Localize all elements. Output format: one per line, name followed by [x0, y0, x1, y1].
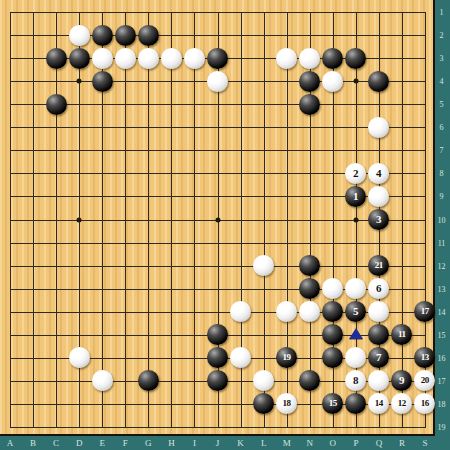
- board-point-c3[interactable]: [45, 47, 68, 70]
- board-point-n12[interactable]: [298, 254, 321, 277]
- black-stone[interactable]: [299, 255, 320, 276]
- board-point-p15[interactable]: [344, 323, 367, 346]
- black-stone[interactable]: [207, 324, 228, 345]
- col-label-h: H: [168, 438, 175, 448]
- white-stone[interactable]: 12: [391, 393, 412, 414]
- white-stone[interactable]: [299, 48, 320, 69]
- black-stone[interactable]: 17: [414, 301, 435, 322]
- white-stone[interactable]: [368, 370, 389, 391]
- board-point-o15[interactable]: [321, 323, 344, 346]
- white-stone[interactable]: 14: [368, 393, 389, 414]
- black-stone[interactable]: 7: [368, 347, 389, 368]
- board-point-i3[interactable]: [183, 47, 206, 70]
- board-point-n13[interactable]: [298, 277, 321, 300]
- black-stone[interactable]: [207, 347, 228, 368]
- board-point-p16[interactable]: [344, 346, 367, 369]
- black-stone[interactable]: [69, 48, 90, 69]
- board-point-j3[interactable]: [206, 47, 229, 70]
- black-stone[interactable]: [322, 48, 343, 69]
- board-point-f2[interactable]: [114, 24, 137, 47]
- row-label-17: 17: [435, 376, 448, 385]
- white-stone[interactable]: [299, 301, 320, 322]
- white-stone[interactable]: [253, 370, 274, 391]
- board-point-h3[interactable]: [160, 47, 183, 70]
- go-board-grid[interactable]: 1234567891112131415161718192021: [0, 1, 436, 439]
- move-number: 18: [283, 399, 291, 408]
- board-point-q6[interactable]: [367, 116, 390, 139]
- board-point-l18[interactable]: [252, 392, 275, 415]
- black-stone[interactable]: [299, 370, 320, 391]
- black-stone[interactable]: 11: [391, 324, 412, 345]
- black-stone[interactable]: [368, 324, 389, 345]
- white-stone[interactable]: [368, 301, 389, 322]
- row-label-5: 5: [435, 100, 448, 109]
- row-label-10: 10: [435, 215, 448, 224]
- col-label-i: I: [193, 438, 196, 448]
- board-point-l17[interactable]: [252, 369, 275, 392]
- board-point-p9[interactable]: 1: [344, 185, 367, 208]
- col-label-s: S: [423, 438, 428, 448]
- row-label-7: 7: [435, 146, 448, 155]
- move-number: 15: [329, 399, 337, 408]
- row-label-11: 11: [435, 238, 448, 247]
- board-point-m16[interactable]: 19: [275, 346, 298, 369]
- row-label-4: 4: [435, 77, 448, 86]
- board-point-o4[interactable]: [321, 70, 344, 93]
- white-stone[interactable]: [184, 48, 205, 69]
- col-label-q: Q: [376, 438, 383, 448]
- col-label-e: E: [99, 438, 105, 448]
- black-stone[interactable]: [92, 71, 113, 92]
- black-stone[interactable]: [299, 94, 320, 115]
- board-point-m18[interactable]: 18: [275, 392, 298, 415]
- black-stone[interactable]: 1: [345, 186, 366, 207]
- col-label-m: M: [283, 438, 291, 448]
- board-point-f3[interactable]: [114, 47, 137, 70]
- board-point-m14[interactable]: [275, 300, 298, 323]
- black-stone[interactable]: [138, 370, 159, 391]
- black-stone[interactable]: [92, 25, 113, 46]
- board-point-o18[interactable]: 15: [321, 392, 344, 415]
- black-stone[interactable]: 15: [322, 393, 343, 414]
- board-point-d16[interactable]: [68, 346, 91, 369]
- white-stone[interactable]: [115, 48, 136, 69]
- move-number: 2: [353, 168, 359, 179]
- board-point-o13[interactable]: [321, 277, 344, 300]
- board-point-e4[interactable]: [91, 70, 114, 93]
- board-point-g17[interactable]: [137, 369, 160, 392]
- row-label-8: 8: [435, 169, 448, 178]
- white-stone[interactable]: [368, 117, 389, 138]
- board-point-s16[interactable]: 13: [413, 346, 436, 369]
- col-label-g: G: [145, 438, 152, 448]
- board-point-o16[interactable]: [321, 346, 344, 369]
- black-stone[interactable]: 19: [276, 347, 297, 368]
- move-number: 19: [283, 353, 291, 362]
- col-label-b: B: [30, 438, 36, 448]
- board-point-p8[interactable]: 2: [344, 162, 367, 185]
- white-stone[interactable]: 20: [414, 370, 435, 391]
- white-stone[interactable]: [161, 48, 182, 69]
- row-label-6: 6: [435, 123, 448, 132]
- row-label-15: 15: [435, 330, 448, 339]
- board-point-j15[interactable]: [206, 323, 229, 346]
- row-label-2: 2: [435, 31, 448, 40]
- row-label-12: 12: [435, 261, 448, 270]
- white-stone[interactable]: 2: [345, 163, 366, 184]
- white-stone[interactable]: [138, 48, 159, 69]
- board-point-r18[interactable]: 12: [390, 392, 413, 415]
- board-point-q9[interactable]: [367, 185, 390, 208]
- black-stone[interactable]: [322, 324, 343, 345]
- row-label-14: 14: [435, 307, 448, 316]
- board-point-r15[interactable]: 11: [390, 323, 413, 346]
- col-label-l: L: [261, 438, 267, 448]
- black-stone[interactable]: [115, 25, 136, 46]
- move-number: 1: [353, 191, 359, 202]
- board-point-m3[interactable]: [275, 47, 298, 70]
- board-point-j16[interactable]: [206, 346, 229, 369]
- board-point-q10[interactable]: 3: [367, 208, 390, 231]
- black-stone[interactable]: [46, 94, 67, 115]
- move-number: 17: [421, 307, 429, 316]
- col-label-n: N: [307, 438, 314, 448]
- row-label-3: 3: [435, 54, 448, 63]
- white-stone[interactable]: [345, 347, 366, 368]
- white-stone[interactable]: [276, 48, 297, 69]
- move-number: 3: [376, 214, 382, 225]
- black-stone[interactable]: 3: [368, 209, 389, 230]
- move-number: 7: [376, 352, 382, 363]
- board-point-e3[interactable]: [91, 47, 114, 70]
- move-number: 21: [375, 261, 383, 270]
- board-point-g3[interactable]: [137, 47, 160, 70]
- move-number: 11: [398, 330, 406, 339]
- board-point-n4[interactable]: [298, 70, 321, 93]
- black-stone[interactable]: [368, 71, 389, 92]
- board-point-q16[interactable]: 7: [367, 346, 390, 369]
- white-stone[interactable]: 18: [276, 393, 297, 414]
- black-stone[interactable]: [299, 278, 320, 299]
- col-label-p: P: [353, 438, 358, 448]
- board-point-k14[interactable]: [229, 300, 252, 323]
- board-point-n14[interactable]: [298, 300, 321, 323]
- move-number: 20: [421, 376, 429, 385]
- triangle-mark: [349, 328, 363, 339]
- board-point-q15[interactable]: [367, 323, 390, 346]
- board-point-j4[interactable]: [206, 70, 229, 93]
- row-label-1: 1: [435, 8, 448, 17]
- go-app-window: 1234567891112131415161718192021 ABCDEFGH…: [0, 0, 450, 450]
- row-label-19: 19: [435, 423, 448, 432]
- white-stone[interactable]: 6: [368, 278, 389, 299]
- go-board[interactable]: 1234567891112131415161718192021: [0, 0, 435, 436]
- board-point-q17[interactable]: [367, 369, 390, 392]
- col-label-o: O: [330, 438, 337, 448]
- white-stone[interactable]: [276, 301, 297, 322]
- col-label-j: J: [216, 438, 220, 448]
- black-stone[interactable]: 13: [414, 347, 435, 368]
- move-number: 8: [353, 375, 359, 386]
- board-point-q12[interactable]: 21: [367, 254, 390, 277]
- black-stone[interactable]: [207, 48, 228, 69]
- move-number: 16: [421, 399, 429, 408]
- board-point-o14[interactable]: [321, 300, 344, 323]
- move-number: 14: [375, 399, 383, 408]
- white-stone[interactable]: [230, 301, 251, 322]
- move-number: 9: [399, 375, 405, 386]
- board-point-d2[interactable]: [68, 24, 91, 47]
- board-point-p17[interactable]: 8: [344, 369, 367, 392]
- board-point-j17[interactable]: [206, 369, 229, 392]
- board-point-n3[interactable]: [298, 47, 321, 70]
- col-label-f: F: [123, 438, 128, 448]
- black-stone[interactable]: 5: [345, 301, 366, 322]
- board-point-s17[interactable]: 20: [413, 369, 436, 392]
- row-label-16: 16: [435, 353, 448, 362]
- black-stone[interactable]: [322, 301, 343, 322]
- black-stone[interactable]: [345, 48, 366, 69]
- black-stone[interactable]: 9: [391, 370, 412, 391]
- row-label-18: 18: [435, 400, 448, 409]
- white-stone[interactable]: [92, 48, 113, 69]
- row-label-13: 13: [435, 284, 448, 293]
- move-number: 6: [376, 283, 382, 294]
- board-point-k16[interactable]: [229, 346, 252, 369]
- board-point-p13[interactable]: [344, 277, 367, 300]
- board-point-c5[interactable]: [45, 93, 68, 116]
- move-number: 4: [376, 168, 382, 179]
- board-point-d3[interactable]: [68, 47, 91, 70]
- row-label-9: 9: [435, 192, 448, 201]
- white-stone[interactable]: [345, 278, 366, 299]
- col-label-r: R: [399, 438, 405, 448]
- col-label-k: K: [237, 438, 244, 448]
- board-point-e17[interactable]: [91, 369, 114, 392]
- white-stone[interactable]: 4: [368, 163, 389, 184]
- board-point-q8[interactable]: 4: [367, 162, 390, 185]
- white-stone[interactable]: 16: [414, 393, 435, 414]
- col-label-a: A: [7, 438, 14, 448]
- black-stone[interactable]: [207, 370, 228, 391]
- white-stone[interactable]: [322, 278, 343, 299]
- board-point-s18[interactable]: 16: [413, 392, 436, 415]
- black-stone[interactable]: [322, 347, 343, 368]
- black-stone[interactable]: 21: [368, 255, 389, 276]
- board-point-q13[interactable]: 6: [367, 277, 390, 300]
- black-stone[interactable]: [253, 393, 274, 414]
- board-point-l12[interactable]: [252, 254, 275, 277]
- white-stone[interactable]: [92, 370, 113, 391]
- board-point-n17[interactable]: [298, 369, 321, 392]
- col-label-d: D: [76, 438, 83, 448]
- black-stone[interactable]: [46, 48, 67, 69]
- board-point-n5[interactable]: [298, 93, 321, 116]
- white-stone[interactable]: [322, 71, 343, 92]
- board-point-p18[interactable]: [344, 392, 367, 415]
- board-point-o3[interactable]: [321, 47, 344, 70]
- board-point-r17[interactable]: 9: [390, 369, 413, 392]
- move-number: 5: [353, 306, 359, 317]
- board-point-s14[interactable]: 17: [413, 300, 436, 323]
- board-point-e2[interactable]: [91, 24, 114, 47]
- move-number: 13: [421, 353, 429, 362]
- move-number: 12: [398, 399, 406, 408]
- white-stone[interactable]: [207, 71, 228, 92]
- white-stone[interactable]: [69, 25, 90, 46]
- board-point-q18[interactable]: 14: [367, 392, 390, 415]
- board-point-q4[interactable]: [367, 70, 390, 93]
- white-stone[interactable]: [230, 347, 251, 368]
- black-stone[interactable]: [345, 393, 366, 414]
- col-label-c: C: [53, 438, 59, 448]
- white-stone[interactable]: [253, 255, 274, 276]
- board-point-g2[interactable]: [137, 24, 160, 47]
- black-stone[interactable]: [299, 71, 320, 92]
- board-point-p3[interactable]: [344, 47, 367, 70]
- white-stone[interactable]: [368, 186, 389, 207]
- black-stone[interactable]: [138, 25, 159, 46]
- white-stone[interactable]: [69, 347, 90, 368]
- white-stone[interactable]: 8: [345, 370, 366, 391]
- board-point-q14[interactable]: [367, 300, 390, 323]
- board-point-p14[interactable]: 5: [344, 300, 367, 323]
